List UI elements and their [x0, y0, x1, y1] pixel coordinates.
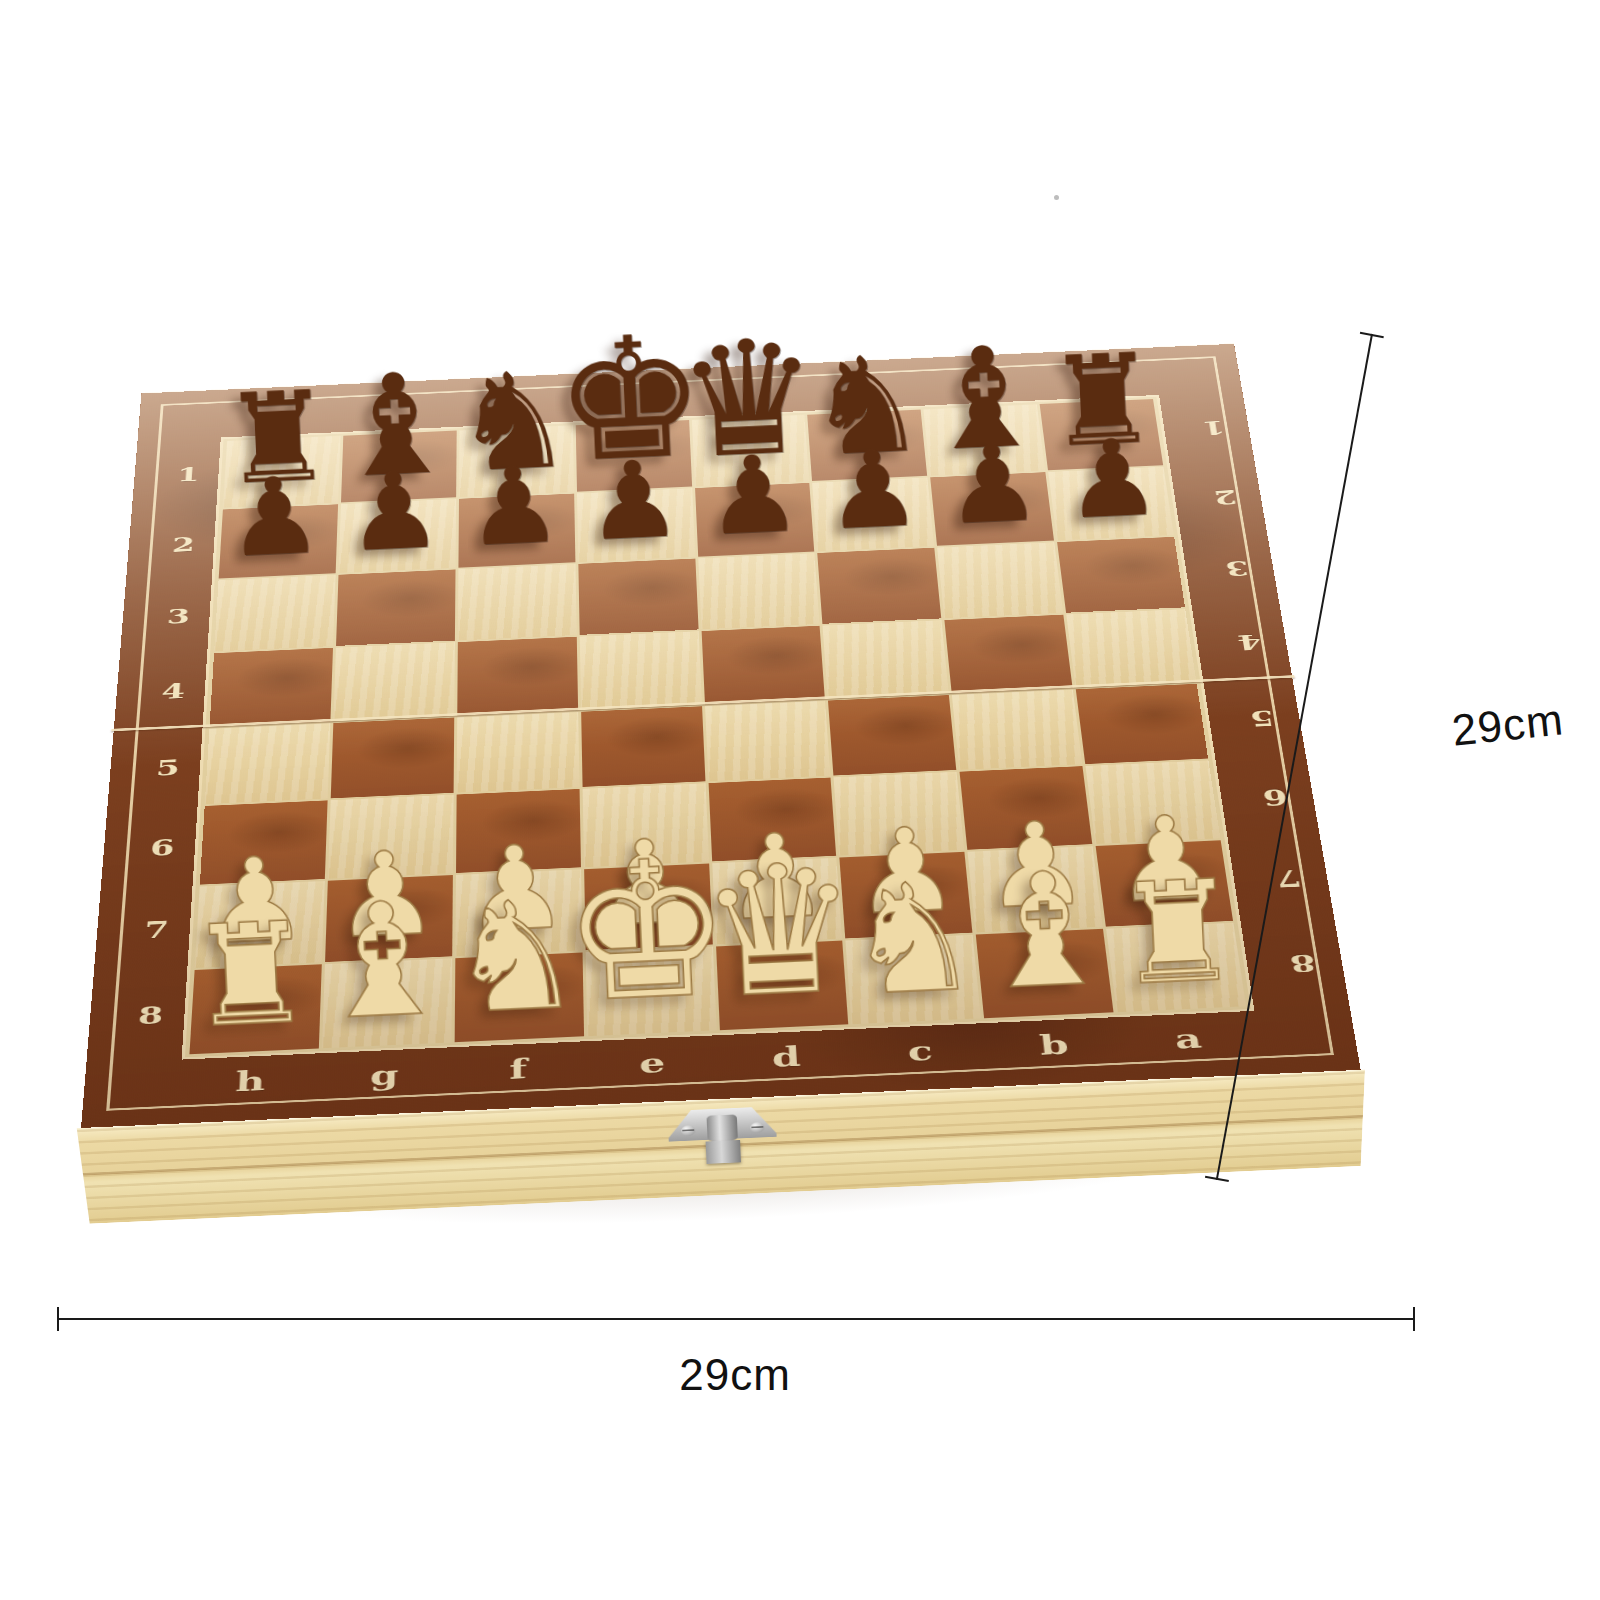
square-c4: [823, 620, 949, 698]
square-b5: [952, 689, 1082, 770]
square-e3: [578, 558, 698, 634]
piece-black-pawn: ♟: [943, 429, 1043, 540]
rank-label-left-text: 8: [116, 1000, 186, 1031]
square-e4: [579, 631, 701, 710]
rank-label-left-8: 8: [113, 971, 187, 1061]
rank-label-right-1: 1: [1159, 394, 1230, 465]
rank-label-right-text: 2: [1173, 485, 1238, 510]
square-d3: [698, 553, 820, 629]
square-b3: [937, 542, 1063, 618]
square-h2: ♟: [219, 504, 338, 578]
photo-artifact-dot: [1054, 195, 1059, 200]
square-c8: ♞: [846, 935, 981, 1024]
rank-label-right-text: 1: [1163, 417, 1227, 442]
square-a2: ♟: [1048, 467, 1174, 541]
square-h4: [210, 648, 333, 727]
piece-black-pawn: ♟: [464, 451, 564, 562]
width-dimension-line: [57, 1318, 1415, 1320]
piece-black-pawn: ♟: [823, 434, 923, 545]
square-c2: ♟: [812, 477, 934, 551]
piece-black-pawn: ♟: [225, 462, 325, 573]
rank-label-left-5: 5: [133, 728, 203, 809]
rank-label-right-7: 7: [1228, 837, 1308, 923]
rank-label-left-text: 7: [122, 915, 191, 945]
piece-black-pawn: ♟: [345, 456, 445, 567]
rank-label-right-text: 6: [1220, 784, 1290, 813]
square-h3: [214, 575, 335, 651]
latch-barrel: [706, 1114, 737, 1141]
rank-label-right-text: 7: [1232, 865, 1303, 895]
piece-black-pawn: ♟: [1062, 424, 1162, 535]
piece-black-pawn: ♟: [703, 440, 803, 551]
square-d2: ♟: [695, 483, 815, 557]
piece-white-knight: ♞: [842, 862, 983, 1018]
rank-label-right-text: 4: [1196, 630, 1263, 657]
rank-label-left-6: 6: [126, 806, 197, 890]
square-g3: [336, 569, 455, 645]
rank-label-left-7: 7: [120, 887, 193, 974]
rank-label-right-text: 3: [1184, 556, 1250, 582]
rank-label-left-text: 4: [141, 677, 206, 704]
square-f2: ♟: [458, 494, 575, 568]
square-e8: ♚: [585, 947, 716, 1037]
square-f5: [456, 712, 579, 793]
piece-white-bishop: ♝: [310, 879, 457, 1041]
square-g4: [333, 642, 454, 721]
square-g5: [331, 717, 454, 798]
piece-white-queen: ♛: [696, 839, 863, 1024]
rank-label-right-5: 5: [1203, 679, 1280, 759]
rank-label-right-3: 3: [1181, 532, 1255, 607]
chess-board: ♜♝♞♚♛♞♝♜♟♟♟♟♟♟♟♟♟♟♟♟♟♟♟♟♜♝♞♚♛♞♝♜ 1234567…: [81, 344, 1361, 1128]
width-dimension-label: 29cm: [645, 1350, 825, 1400]
square-b8: ♝: [976, 929, 1114, 1018]
square-e5: [581, 706, 705, 787]
latch-pin: [706, 1140, 741, 1164]
rank-label-right-4: 4: [1192, 604, 1268, 682]
rank-label-left-text: 5: [135, 754, 201, 782]
rank-label-right-text: 5: [1208, 705, 1276, 733]
square-g8: ♝: [322, 958, 452, 1048]
square-a5: [1076, 684, 1208, 765]
square-h5: [205, 723, 330, 804]
latch: [656, 1106, 789, 1195]
square-g2: ♟: [338, 499, 455, 573]
rank-label-left-3: 3: [144, 579, 212, 655]
rank-label-left-text: 3: [146, 603, 210, 629]
square-a3: [1057, 537, 1185, 613]
rank-label-right-2: 2: [1170, 462, 1243, 535]
piece-white-rook: ♜: [1112, 861, 1243, 1005]
rank-label-left-1: 1: [155, 439, 220, 510]
square-e2: ♟: [577, 488, 695, 562]
piece-white-bishop: ♝: [971, 849, 1118, 1011]
square-h8: ♜: [189, 964, 321, 1054]
square-d5: [705, 700, 831, 781]
piece-black-pawn: ♟: [584, 445, 684, 556]
squares-grid: ♜♝♞♚♛♞♝♜♟♟♟♟♟♟♟♟♟♟♟♟♟♟♟♟♜♝♞♚♛♞♝♜: [189, 399, 1246, 1054]
square-f3: [458, 564, 577, 640]
rank-label-left-text: 6: [128, 833, 195, 862]
piece-white-rook: ♜: [186, 903, 317, 1047]
chess-set-scene: ♜♝♞♚♛♞♝♜♟♟♟♟♟♟♟♟♟♟♟♟♟♟♟♟♜♝♞♚♛♞♝♜ 1234567…: [87, 89, 1319, 1321]
square-c3: [818, 548, 942, 624]
square-c5: [828, 695, 956, 776]
rank-label-left-4: 4: [139, 652, 208, 731]
square-d8: ♛: [716, 941, 849, 1031]
product-photo-page: ♜♝♞♚♛♞♝♜♟♟♟♟♟♟♟♟♟♟♟♟♟♟♟♟♜♝♞♚♛♞♝♜ 1234567…: [0, 0, 1600, 1600]
square-b2: ♟: [930, 472, 1054, 546]
square-a8: ♜: [1106, 923, 1246, 1012]
